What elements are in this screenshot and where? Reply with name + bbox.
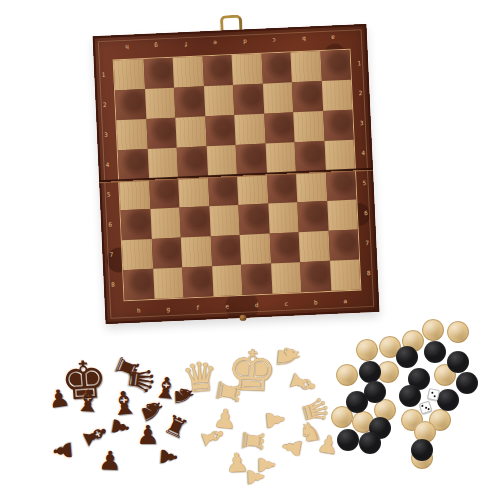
board-square [123,269,154,300]
board-square [327,200,358,231]
board-square [173,56,204,87]
board-square [268,202,299,233]
file-label-bottom: f [196,305,200,311]
board-square [212,265,243,296]
board-square [151,238,182,269]
board-square [150,208,181,239]
board-square [328,230,359,261]
chessboard: hgfedcbahgfedcba1234567812345678 [93,24,380,324]
board-square [121,209,152,240]
rank-label-left: 6 [108,222,112,228]
file-label-bottom: b [314,299,318,305]
die-pip [421,404,424,407]
rank-label-right: 5 [363,180,367,186]
board-square [114,59,145,90]
checker-black [437,389,459,411]
board-square [237,174,268,205]
board-square [293,111,324,142]
board-square [267,172,298,203]
rank-label-left: 5 [107,192,111,198]
board-square [241,264,272,295]
die [418,400,432,414]
checker-black [396,346,418,368]
board-square [236,144,267,175]
rank-label-right: 6 [364,210,368,216]
board-square [203,85,234,116]
board-square [177,146,208,177]
board-square [265,142,296,173]
board-square [208,175,239,206]
checker-black [359,432,381,454]
board-square [324,140,355,171]
board-square [330,260,361,291]
board-square [238,204,269,235]
board-square [153,268,184,299]
chess-piece-light-pawn: ♟ [244,467,267,487]
board-square [116,119,147,150]
checker-light [356,339,378,361]
board-square [234,114,265,145]
board-square [300,261,331,292]
rank-label-right: 8 [367,270,371,276]
board-square [297,201,328,232]
die [426,387,439,400]
die-pip [424,406,427,409]
board-square [296,171,327,202]
file-label-bottom: d [255,302,259,308]
chess-piece-light-knight: ♞ [296,417,323,447]
die-pip [427,407,430,410]
board-square [146,118,177,149]
board-square [175,116,206,147]
die-pip [433,395,435,397]
checker-light [447,321,469,343]
checker-black [399,385,421,407]
board-square [299,231,330,262]
board-square [261,52,292,83]
chess-piece-dark-pawn: ♟ [98,447,122,474]
board-square [119,179,150,210]
rank-label-right: 7 [365,240,369,246]
rank-label-left: 7 [110,252,114,258]
chess-piece-dark-pawn: ♟ [47,385,72,412]
board-square [179,206,210,237]
board-square [269,232,300,263]
board-square [291,51,322,82]
file-label-top: a [331,34,335,40]
rank-label-right: 3 [360,120,364,126]
board-square [321,80,352,111]
board-square [233,84,264,115]
board-square [145,88,176,119]
file-label-top: b [302,36,306,42]
board-square [240,234,271,265]
file-label-top: c [272,37,276,43]
checker-light [336,364,358,386]
rank-label-right: 1 [357,60,361,66]
checker-black [411,439,433,461]
board-square [206,145,237,176]
file-label-bottom: e [225,303,229,309]
rank-label-left: 1 [101,72,105,78]
board-square [115,89,146,120]
board-square [149,178,180,209]
board-square [271,262,302,293]
scene: hgfedcbahgfedcba1234567812345678 ♚♜♛♟♝♝♞… [0,0,500,500]
checker-black [456,372,478,394]
latch-knob-icon [239,315,246,321]
file-label-top: e [213,40,217,46]
file-label-bottom: g [166,306,170,312]
chess-piece-dark-pawn: ♟ [107,415,132,438]
board-square [147,148,178,179]
file-label-bottom: c [284,301,288,307]
rank-label-right: 2 [359,90,363,96]
checker-black [447,351,469,373]
board-square [295,141,326,172]
file-label-top: d [243,38,247,44]
chess-piece-light-pawn: ♟ [262,408,288,432]
board-square [202,55,233,86]
rank-label-right: 4 [361,150,365,156]
chess-piece-dark-pawn: ♟ [156,446,179,467]
board-square [320,50,351,81]
board-square [122,239,153,270]
rank-label-left: 8 [111,282,115,288]
board-square [174,86,205,117]
chess-piece-dark-bishop: ♝ [74,386,102,417]
board-square [262,82,293,113]
board-square [325,170,356,201]
checker-black [424,341,446,363]
board-square [178,176,209,207]
board-square [323,110,354,141]
rank-label-left: 2 [103,102,107,108]
chess-piece-dark-pawn: ♟ [50,439,76,463]
chess-piece-dark-pawn: ♟ [136,422,159,448]
rank-label-left: 4 [106,162,110,168]
file-label-bottom: a [343,298,347,304]
checker-black [337,429,359,451]
board-square [209,205,240,236]
board-square [232,54,263,85]
rank-label-left: 3 [104,132,108,138]
board-frame: hgfedcbahgfedcba1234567812345678 [93,24,380,324]
checker-black [359,361,381,383]
board-square [264,112,295,143]
board-square [210,235,241,266]
file-label-top: h [125,44,129,50]
board-square [143,58,174,89]
board-square [205,115,236,146]
checker-light [422,319,444,341]
board-square [118,149,149,180]
board-square [292,81,323,112]
file-label-top: g [154,42,158,48]
file-label-top: f [184,41,188,47]
file-label-bottom: h [137,307,141,313]
board-square [181,236,212,267]
board-square [182,266,213,297]
checker-black [346,391,368,413]
die-pip [430,391,432,393]
